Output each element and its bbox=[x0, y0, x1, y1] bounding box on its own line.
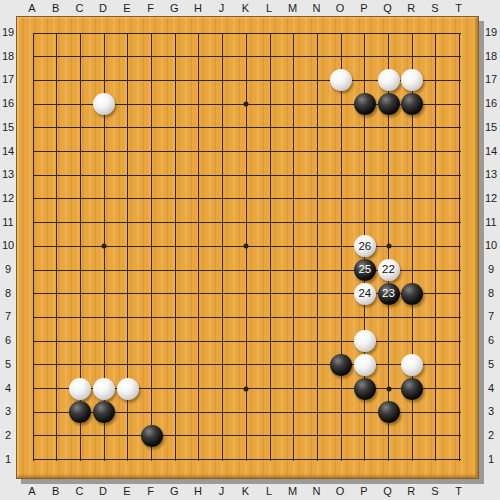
stone-white: 22 bbox=[378, 259, 400, 281]
row-label-left: 6 bbox=[5, 335, 11, 346]
column-label-top: A bbox=[28, 3, 35, 14]
column-label-top: O bbox=[336, 3, 345, 14]
grid-vline bbox=[175, 33, 176, 461]
stone-white bbox=[354, 354, 376, 376]
grid-hline bbox=[33, 459, 461, 460]
row-label-right: 7 bbox=[488, 311, 494, 322]
row-label-left: 19 bbox=[2, 27, 14, 38]
grid-vline bbox=[317, 33, 318, 461]
column-label-bottom: G bbox=[170, 486, 179, 497]
column-label-bottom: P bbox=[360, 486, 367, 497]
column-label-bottom: L bbox=[266, 486, 272, 497]
row-label-left: 15 bbox=[2, 121, 14, 132]
row-label-right: 5 bbox=[488, 358, 494, 369]
column-label-top: P bbox=[360, 3, 367, 14]
star-point bbox=[102, 244, 107, 249]
grid-vline bbox=[435, 33, 436, 461]
row-label-right: 12 bbox=[485, 192, 497, 203]
column-label-bottom: B bbox=[52, 486, 59, 497]
row-label-left: 4 bbox=[5, 382, 11, 393]
column-label-top: K bbox=[242, 3, 249, 14]
row-label-left: 14 bbox=[2, 145, 14, 156]
grid-vline bbox=[341, 33, 342, 461]
grid-vline bbox=[198, 33, 199, 461]
column-label-top: G bbox=[170, 3, 179, 14]
row-label-left: 9 bbox=[5, 264, 11, 275]
grid-hline bbox=[33, 317, 461, 318]
stone-black: 25 bbox=[354, 259, 376, 281]
column-label-bottom: D bbox=[99, 486, 107, 497]
stone-white bbox=[117, 378, 139, 400]
column-label-top: F bbox=[147, 3, 154, 14]
star-point bbox=[244, 244, 249, 249]
column-label-top: T bbox=[455, 3, 462, 14]
row-label-left: 8 bbox=[5, 287, 11, 298]
stone-white: 24 bbox=[354, 283, 376, 305]
column-label-top: E bbox=[123, 3, 130, 14]
stone-white bbox=[93, 93, 115, 115]
column-label-top: D bbox=[99, 3, 107, 14]
stone-white bbox=[378, 69, 400, 91]
row-label-right: 4 bbox=[488, 382, 494, 393]
column-label-bottom: O bbox=[336, 486, 345, 497]
row-label-left: 16 bbox=[2, 98, 14, 109]
column-label-bottom: H bbox=[194, 486, 202, 497]
row-label-left: 12 bbox=[2, 192, 14, 203]
star-point bbox=[386, 386, 391, 391]
stone-white bbox=[93, 378, 115, 400]
stone-white bbox=[401, 69, 423, 91]
grid-vline bbox=[56, 33, 57, 461]
stone-black bbox=[141, 425, 163, 447]
column-label-top: J bbox=[219, 3, 225, 14]
go-board[interactable]: 2625222423 bbox=[16, 16, 479, 479]
column-label-bottom: A bbox=[28, 486, 35, 497]
column-label-bottom: N bbox=[312, 486, 320, 497]
stone-black: 23 bbox=[378, 283, 400, 305]
column-label-bottom: F bbox=[147, 486, 154, 497]
row-label-left: 18 bbox=[2, 50, 14, 61]
row-label-right: 13 bbox=[485, 169, 497, 180]
row-label-right: 2 bbox=[488, 429, 494, 440]
row-label-right: 1 bbox=[488, 453, 494, 464]
stone-black bbox=[330, 354, 352, 376]
stone-white bbox=[354, 330, 376, 352]
grid-hline bbox=[33, 364, 461, 365]
grid-hline bbox=[33, 56, 461, 57]
move-number: 22 bbox=[382, 264, 395, 276]
row-label-right: 3 bbox=[488, 406, 494, 417]
column-label-top: N bbox=[312, 3, 320, 14]
grid-vline bbox=[222, 33, 223, 461]
grid-vline bbox=[151, 33, 152, 461]
grid-hline bbox=[33, 198, 461, 199]
stone-black bbox=[354, 93, 376, 115]
grid-hline bbox=[33, 222, 461, 223]
grid-vline bbox=[270, 33, 271, 461]
row-label-left: 17 bbox=[2, 74, 14, 85]
row-label-right: 11 bbox=[485, 216, 496, 227]
stone-white bbox=[69, 378, 91, 400]
row-label-right: 18 bbox=[485, 50, 497, 61]
column-label-bottom: Q bbox=[383, 486, 392, 497]
row-label-left: 1 bbox=[5, 453, 11, 464]
row-label-left: 13 bbox=[2, 169, 14, 180]
stone-black bbox=[354, 378, 376, 400]
star-point bbox=[244, 386, 249, 391]
column-label-bottom: J bbox=[219, 486, 225, 497]
move-number: 24 bbox=[358, 288, 371, 300]
grid-hline bbox=[33, 33, 461, 34]
column-label-bottom: K bbox=[242, 486, 249, 497]
stone-black bbox=[93, 401, 115, 423]
column-label-top: L bbox=[266, 3, 272, 14]
stone-black bbox=[401, 93, 423, 115]
row-label-left: 7 bbox=[5, 311, 11, 322]
column-label-bottom: R bbox=[407, 486, 415, 497]
row-label-right: 6 bbox=[488, 335, 494, 346]
grid-vline bbox=[459, 33, 460, 461]
stone-white bbox=[401, 354, 423, 376]
grid-hline bbox=[33, 435, 461, 436]
row-label-left: 5 bbox=[5, 358, 11, 369]
column-label-bottom: S bbox=[431, 486, 438, 497]
column-label-bottom: M bbox=[288, 486, 297, 497]
stone-white: 26 bbox=[354, 235, 376, 257]
row-label-right: 8 bbox=[488, 287, 494, 298]
stone-black bbox=[378, 93, 400, 115]
column-label-top: M bbox=[288, 3, 297, 14]
star-point bbox=[244, 102, 249, 107]
grid-hline bbox=[33, 175, 461, 176]
column-label-top: R bbox=[407, 3, 415, 14]
star-point bbox=[386, 244, 391, 249]
stone-black bbox=[401, 378, 423, 400]
stone-white bbox=[330, 69, 352, 91]
move-number: 23 bbox=[382, 288, 395, 300]
column-label-top: B bbox=[52, 3, 59, 14]
row-label-left: 3 bbox=[5, 406, 11, 417]
row-label-right: 19 bbox=[485, 27, 497, 38]
row-label-left: 2 bbox=[5, 429, 11, 440]
column-label-top: H bbox=[194, 3, 202, 14]
stone-black bbox=[401, 283, 423, 305]
column-label-bottom: E bbox=[123, 486, 130, 497]
grid-hline bbox=[33, 341, 461, 342]
row-label-right: 14 bbox=[485, 145, 497, 156]
go-board-app: ABCDEFGHJKLMNOPQRST ABCDEFGHJKLMNOPQRST … bbox=[0, 0, 500, 500]
row-label-right: 9 bbox=[488, 264, 494, 275]
stone-black bbox=[378, 401, 400, 423]
row-label-right: 15 bbox=[485, 121, 497, 132]
column-label-top: S bbox=[431, 3, 438, 14]
grid-vline bbox=[293, 33, 294, 461]
move-number: 26 bbox=[358, 241, 371, 253]
column-label-top: Q bbox=[383, 3, 392, 14]
column-label-top: C bbox=[75, 3, 83, 14]
row-label-left: 11 bbox=[2, 216, 13, 227]
row-label-right: 16 bbox=[485, 98, 497, 109]
grid-hline bbox=[33, 151, 461, 152]
grid-vline bbox=[33, 33, 34, 461]
row-label-left: 10 bbox=[2, 240, 14, 251]
move-number: 25 bbox=[358, 264, 371, 276]
row-label-right: 10 bbox=[485, 240, 497, 251]
grid-hline bbox=[33, 127, 461, 128]
stone-black bbox=[69, 401, 91, 423]
column-label-bottom: T bbox=[455, 486, 462, 497]
column-label-bottom: C bbox=[75, 486, 83, 497]
row-label-right: 17 bbox=[485, 74, 497, 85]
